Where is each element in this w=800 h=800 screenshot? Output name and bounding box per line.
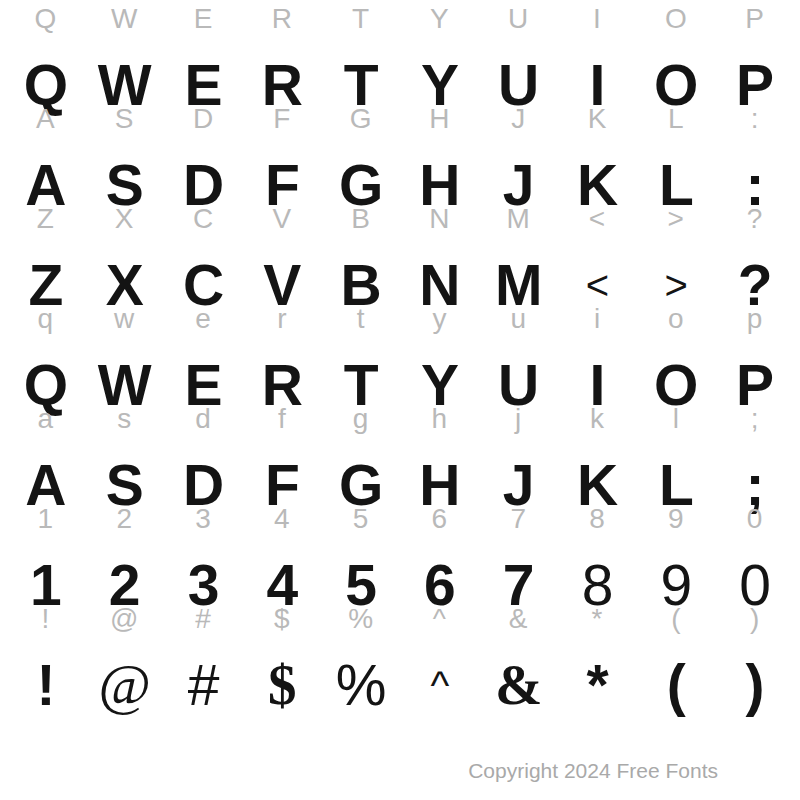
label-cell: H	[400, 105, 479, 135]
label-cell: ?	[715, 205, 794, 235]
glyph-row-6: 1234567890	[6, 535, 794, 605]
label-cell: R	[242, 5, 321, 35]
keyboard-label-row-3: ZXCVBNM<>?	[6, 200, 794, 235]
label-cell: g	[321, 405, 400, 435]
label-cell: 7	[479, 505, 558, 535]
label-cell: Q	[6, 5, 85, 35]
label-cell: N	[400, 205, 479, 235]
label-cell: O	[636, 5, 715, 35]
charmap-block-7: !@#$%^&*()!@#$%^&*()	[0, 600, 800, 700]
charmap-block-4: qwertyuiopQWERTYUIOP	[0, 300, 800, 400]
label-cell: :	[715, 105, 794, 135]
character-map-sheet: QWERTYUIOPQWERTYUIOPASDFGHJKL:ASDFGHJKL:…	[0, 0, 800, 800]
label-cell: @	[85, 605, 164, 635]
glyph-row-4: QWERTYUIOP	[6, 335, 794, 405]
keyboard-label-row-2: ASDFGHJKL:	[6, 100, 794, 135]
label-cell: i	[558, 305, 637, 335]
label-cell: V	[242, 205, 321, 235]
keyboard-label-row-5: asdfghjkl;	[6, 400, 794, 435]
label-cell: &	[479, 605, 558, 635]
label-cell: $	[242, 605, 321, 635]
label-cell: ;	[715, 405, 794, 435]
charmap-block-2: ASDFGHJKL:ASDFGHJKL:	[0, 100, 800, 200]
label-cell: 9	[636, 505, 715, 535]
glyph-row-2: ASDFGHJKL:	[6, 135, 794, 205]
label-cell: M	[479, 205, 558, 235]
label-cell: p	[715, 305, 794, 335]
label-cell: I	[558, 5, 637, 35]
glyph-cell: (	[636, 635, 715, 735]
label-cell: t	[321, 305, 400, 335]
glyph-cell: ^	[400, 635, 479, 735]
label-cell: 0	[715, 505, 794, 535]
keyboard-label-row-7: !@#$%^&*()	[6, 600, 794, 635]
label-cell: !	[6, 605, 85, 635]
label-cell: 4	[242, 505, 321, 535]
label-cell: 1	[6, 505, 85, 535]
label-cell: #	[164, 605, 243, 635]
keyboard-label-row-1: QWERTYUIOP	[6, 0, 794, 35]
label-cell: F	[242, 105, 321, 135]
label-cell: 8	[558, 505, 637, 535]
glyph-row-5: ASDFGHJKL;	[6, 435, 794, 505]
label-cell: r	[242, 305, 321, 335]
label-cell: h	[400, 405, 479, 435]
charmap-block-6: 12345678901234567890	[0, 500, 800, 600]
label-cell: a	[6, 405, 85, 435]
label-cell: Y	[400, 5, 479, 35]
label-cell: 3	[164, 505, 243, 535]
label-cell: (	[636, 605, 715, 635]
label-cell: 5	[321, 505, 400, 535]
label-cell: D	[164, 105, 243, 135]
glyph-cell: $	[242, 635, 321, 735]
label-cell: U	[479, 5, 558, 35]
label-cell: *	[558, 605, 637, 635]
label-cell: 6	[400, 505, 479, 535]
label-cell: K	[558, 105, 637, 135]
label-cell: d	[164, 405, 243, 435]
label-cell: Z	[6, 205, 85, 235]
label-cell: )	[715, 605, 794, 635]
label-cell: G	[321, 105, 400, 135]
glyph-cell: *	[558, 635, 637, 735]
glyph-row-7: !@#$%^&*()	[6, 635, 794, 705]
label-cell: %	[321, 605, 400, 635]
label-cell: A	[6, 105, 85, 135]
label-cell: C	[164, 205, 243, 235]
label-cell: X	[85, 205, 164, 235]
label-cell: >	[636, 205, 715, 235]
charmap-block-1: QWERTYUIOPQWERTYUIOP	[0, 0, 800, 100]
keyboard-label-row-4: qwertyuiop	[6, 300, 794, 335]
label-cell: q	[6, 305, 85, 335]
glyph-row-1: QWERTYUIOP	[6, 35, 794, 105]
label-cell: W	[85, 5, 164, 35]
label-cell: 2	[85, 505, 164, 535]
label-cell: S	[85, 105, 164, 135]
label-cell: u	[479, 305, 558, 335]
label-cell: J	[479, 105, 558, 135]
label-cell: o	[636, 305, 715, 335]
label-cell: <	[558, 205, 637, 235]
label-cell: y	[400, 305, 479, 335]
glyph-cell: !	[6, 635, 85, 735]
glyph-cell: &	[479, 635, 558, 735]
label-cell: s	[85, 405, 164, 435]
label-cell: e	[164, 305, 243, 335]
charmap-block-5: asdfghjkl;ASDFGHJKL;	[0, 400, 800, 500]
charmap-block-3: ZXCVBNM<>?ZXCVBNM<>?	[0, 200, 800, 300]
label-cell: T	[321, 5, 400, 35]
glyph-cell: @	[85, 635, 164, 735]
label-cell: f	[242, 405, 321, 435]
label-cell: ^	[400, 605, 479, 635]
character-map-rows: QWERTYUIOPQWERTYUIOPASDFGHJKL:ASDFGHJKL:…	[0, 0, 800, 700]
glyph-cell: %	[321, 635, 400, 735]
label-cell: B	[321, 205, 400, 235]
keyboard-label-row-6: 1234567890	[6, 500, 794, 535]
glyph-row-3: ZXCVBNM<>?	[6, 235, 794, 305]
copyright-text: Copyright 2024 Free Fonts	[468, 758, 718, 784]
label-cell: E	[164, 5, 243, 35]
label-cell: L	[636, 105, 715, 135]
label-cell: j	[479, 405, 558, 435]
glyph-cell: #	[164, 635, 243, 735]
label-cell: w	[85, 305, 164, 335]
glyph-cell: )	[715, 635, 794, 735]
label-cell: k	[558, 405, 637, 435]
label-cell: l	[636, 405, 715, 435]
label-cell: P	[715, 5, 794, 35]
